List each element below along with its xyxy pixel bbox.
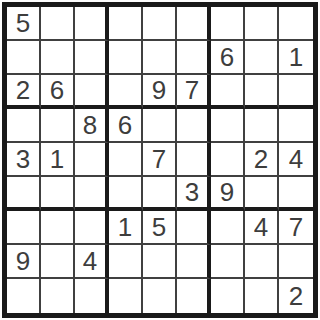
cell-r8c3-given[interactable]: 4 xyxy=(75,245,109,279)
cell-r6c2-empty[interactable] xyxy=(41,177,75,211)
cell-r2c3-empty[interactable] xyxy=(75,41,109,75)
cell-r9c1-empty[interactable] xyxy=(7,279,41,313)
cell-r5c2-given[interactable]: 1 xyxy=(41,143,75,177)
cell-r7c1-empty[interactable] xyxy=(7,211,41,245)
cell-r6c3-empty[interactable] xyxy=(75,177,109,211)
cell-r3c6-given[interactable]: 7 xyxy=(177,75,211,109)
cell-r2c7-given[interactable]: 6 xyxy=(211,41,245,75)
cell-r3c8-empty[interactable] xyxy=(245,75,279,109)
cell-r1c3-empty[interactable] xyxy=(75,7,109,41)
cell-r4c1-empty[interactable] xyxy=(7,109,41,143)
cell-r9c4-empty[interactable] xyxy=(109,279,143,313)
cell-r3c1-given[interactable]: 2 xyxy=(7,75,41,109)
cell-r9c3-empty[interactable] xyxy=(75,279,109,313)
cell-r7c5-given[interactable]: 5 xyxy=(143,211,177,245)
cell-r3c2-given[interactable]: 6 xyxy=(41,75,75,109)
cell-r1c6-empty[interactable] xyxy=(177,7,211,41)
cell-r4c7-empty[interactable] xyxy=(211,109,245,143)
cell-r2c5-empty[interactable] xyxy=(143,41,177,75)
cell-r6c8-empty[interactable] xyxy=(245,177,279,211)
cell-r7c8-given[interactable]: 4 xyxy=(245,211,279,245)
cell-r5c5-given[interactable]: 7 xyxy=(143,143,177,177)
cell-r3c5-given[interactable]: 9 xyxy=(143,75,177,109)
cell-r3c9-empty[interactable] xyxy=(279,75,313,109)
cell-r7c4-given[interactable]: 1 xyxy=(109,211,143,245)
cell-r1c5-empty[interactable] xyxy=(143,7,177,41)
cell-r2c9-given[interactable]: 1 xyxy=(279,41,313,75)
cell-r1c8-empty[interactable] xyxy=(245,7,279,41)
cell-r6c6-given[interactable]: 3 xyxy=(177,177,211,211)
cell-r7c7-empty[interactable] xyxy=(211,211,245,245)
cell-r8c9-empty[interactable] xyxy=(279,245,313,279)
cell-r8c6-empty[interactable] xyxy=(177,245,211,279)
cell-r4c6-empty[interactable] xyxy=(177,109,211,143)
cell-r5c4-empty[interactable] xyxy=(109,143,143,177)
sudoku-board: 56126978631724391547942 xyxy=(2,2,318,318)
cell-r1c2-empty[interactable] xyxy=(41,7,75,41)
cell-r9c2-empty[interactable] xyxy=(41,279,75,313)
cell-r5c1-given[interactable]: 3 xyxy=(7,143,41,177)
cell-r8c8-empty[interactable] xyxy=(245,245,279,279)
cell-r6c1-empty[interactable] xyxy=(7,177,41,211)
cell-r3c3-empty[interactable] xyxy=(75,75,109,109)
cell-r9c5-empty[interactable] xyxy=(143,279,177,313)
cell-r4c9-empty[interactable] xyxy=(279,109,313,143)
cell-r9c7-empty[interactable] xyxy=(211,279,245,313)
cell-r8c2-empty[interactable] xyxy=(41,245,75,279)
cell-r4c5-empty[interactable] xyxy=(143,109,177,143)
cell-r6c7-given[interactable]: 9 xyxy=(211,177,245,211)
cell-r1c9-empty[interactable] xyxy=(279,7,313,41)
cell-r8c7-empty[interactable] xyxy=(211,245,245,279)
cell-r9c9-given[interactable]: 2 xyxy=(279,279,313,313)
cell-r9c6-empty[interactable] xyxy=(177,279,211,313)
cell-r2c6-empty[interactable] xyxy=(177,41,211,75)
cell-r1c7-empty[interactable] xyxy=(211,7,245,41)
cell-r5c7-empty[interactable] xyxy=(211,143,245,177)
cell-r6c9-empty[interactable] xyxy=(279,177,313,211)
cell-r8c5-empty[interactable] xyxy=(143,245,177,279)
cell-r4c3-given[interactable]: 8 xyxy=(75,109,109,143)
cell-r7c6-empty[interactable] xyxy=(177,211,211,245)
cell-r5c6-empty[interactable] xyxy=(177,143,211,177)
cell-r8c4-empty[interactable] xyxy=(109,245,143,279)
cell-r5c8-given[interactable]: 2 xyxy=(245,143,279,177)
cell-r3c4-empty[interactable] xyxy=(109,75,143,109)
cell-r5c9-given[interactable]: 4 xyxy=(279,143,313,177)
cell-r2c4-empty[interactable] xyxy=(109,41,143,75)
cell-r4c8-empty[interactable] xyxy=(245,109,279,143)
cell-r1c1-given[interactable]: 5 xyxy=(7,7,41,41)
cell-r4c4-given[interactable]: 6 xyxy=(109,109,143,143)
cell-r3c7-empty[interactable] xyxy=(211,75,245,109)
cell-r6c5-empty[interactable] xyxy=(143,177,177,211)
cell-r9c8-empty[interactable] xyxy=(245,279,279,313)
cell-r2c8-empty[interactable] xyxy=(245,41,279,75)
cell-r7c3-empty[interactable] xyxy=(75,211,109,245)
cell-r5c3-empty[interactable] xyxy=(75,143,109,177)
cell-r1c4-empty[interactable] xyxy=(109,7,143,41)
cell-r8c1-given[interactable]: 9 xyxy=(7,245,41,279)
cell-r6c4-empty[interactable] xyxy=(109,177,143,211)
cell-r2c1-empty[interactable] xyxy=(7,41,41,75)
cell-r7c2-empty[interactable] xyxy=(41,211,75,245)
cell-r4c2-empty[interactable] xyxy=(41,109,75,143)
cell-r7c9-given[interactable]: 7 xyxy=(279,211,313,245)
cell-r2c2-empty[interactable] xyxy=(41,41,75,75)
